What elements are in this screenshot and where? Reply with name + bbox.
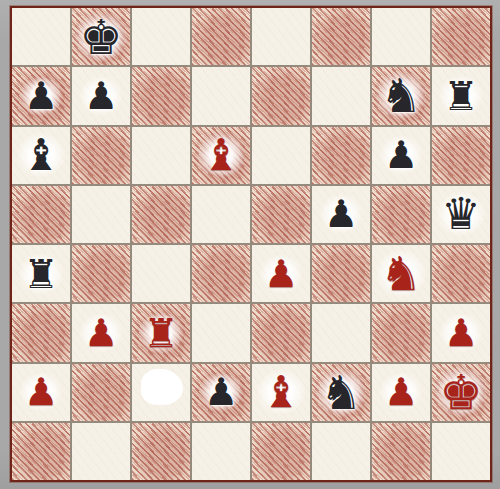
square-d8[interactable] <box>192 8 250 65</box>
square-c5[interactable] <box>132 186 190 243</box>
square-b3[interactable]: ♟ <box>72 304 130 361</box>
screenshot-root: { "game": "chess", "board_orientation": … <box>0 0 500 489</box>
square-c3[interactable]: ♜ <box>132 304 190 361</box>
piece-black-rook-h7[interactable]: ♜ <box>438 75 484 117</box>
piece-red-pawn-a2[interactable]: ♟ <box>19 372 63 412</box>
piece-red-pawn-b3[interactable]: ♟ <box>79 313 123 353</box>
piece-black-queen-h5[interactable]: ♛ <box>436 191 485 237</box>
square-h6[interactable] <box>432 127 490 184</box>
square-h5[interactable]: ♛ <box>432 186 490 243</box>
piece-red-pawn-g2[interactable]: ♟ <box>379 372 423 412</box>
piece-black-pawn-f5[interactable]: ♟ <box>319 194 363 234</box>
square-g1[interactable] <box>372 423 430 480</box>
square-c6[interactable] <box>132 127 190 184</box>
square-f4[interactable] <box>312 245 370 302</box>
square-e7[interactable] <box>252 67 310 124</box>
square-h2[interactable]: ♚ <box>432 364 490 421</box>
piece-red-pawn-h3[interactable]: ♟ <box>439 313 483 353</box>
piece-black-rook-a4[interactable]: ♜ <box>18 253 64 295</box>
square-a5[interactable] <box>12 186 70 243</box>
square-g5[interactable] <box>372 186 430 243</box>
piece-red-king-h2[interactable]: ♚ <box>434 367 487 417</box>
piece-black-knight-f2[interactable]: ♞ <box>315 368 367 417</box>
square-f7[interactable] <box>312 67 370 124</box>
square-a1[interactable] <box>12 423 70 480</box>
square-c4[interactable] <box>132 245 190 302</box>
square-c7[interactable] <box>132 67 190 124</box>
erased-white-spot <box>141 369 183 405</box>
square-b6[interactable] <box>72 127 130 184</box>
piece-black-pawn-a7[interactable]: ♟ <box>19 76 63 116</box>
square-a6[interactable]: ♝ <box>12 127 70 184</box>
piece-red-bishop-d6[interactable]: ♝ <box>196 132 245 178</box>
square-a7[interactable]: ♟ <box>12 67 70 124</box>
square-a8[interactable] <box>12 8 70 65</box>
square-f1[interactable] <box>312 423 370 480</box>
square-e2[interactable]: ♝ <box>252 364 310 421</box>
piece-red-rook-c3[interactable]: ♜ <box>138 312 184 354</box>
square-g7[interactable]: ♞ <box>372 67 430 124</box>
square-h1[interactable] <box>432 423 490 480</box>
square-d6[interactable]: ♝ <box>192 127 250 184</box>
square-a2[interactable]: ♟ <box>12 364 70 421</box>
piece-red-pawn-e4[interactable]: ♟ <box>259 254 303 294</box>
piece-red-bishop-e2[interactable]: ♝ <box>256 369 305 415</box>
square-b1[interactable] <box>72 423 130 480</box>
square-a3[interactable] <box>12 304 70 361</box>
square-e3[interactable] <box>252 304 310 361</box>
square-e5[interactable] <box>252 186 310 243</box>
piece-black-bishop-a6[interactable]: ♝ <box>16 132 65 178</box>
square-d4[interactable] <box>192 245 250 302</box>
square-e6[interactable] <box>252 127 310 184</box>
square-f6[interactable] <box>312 127 370 184</box>
square-g3[interactable] <box>372 304 430 361</box>
square-b8[interactable]: ♚ <box>72 8 130 65</box>
piece-black-pawn-b7[interactable]: ♟ <box>79 76 123 116</box>
piece-black-pawn-d2[interactable]: ♟ <box>199 372 243 412</box>
square-b4[interactable] <box>72 245 130 302</box>
square-d3[interactable] <box>192 304 250 361</box>
square-h3[interactable]: ♟ <box>432 304 490 361</box>
square-g2[interactable]: ♟ <box>372 364 430 421</box>
chess-board: ♚♟♟♞♜♝♝♟♟♛♜♟♞♟♜♟♟♟♝♞♟♚ <box>10 6 492 482</box>
square-d2[interactable]: ♟ <box>192 364 250 421</box>
square-d5[interactable] <box>192 186 250 243</box>
square-h8[interactable] <box>432 8 490 65</box>
square-e8[interactable] <box>252 8 310 65</box>
square-b2[interactable] <box>72 364 130 421</box>
square-f8[interactable] <box>312 8 370 65</box>
square-c8[interactable] <box>132 8 190 65</box>
square-h7[interactable]: ♜ <box>432 67 490 124</box>
square-d7[interactable] <box>192 67 250 124</box>
square-b5[interactable] <box>72 186 130 243</box>
square-f3[interactable] <box>312 304 370 361</box>
piece-black-knight-g7[interactable]: ♞ <box>375 71 427 120</box>
square-c2[interactable] <box>132 364 190 421</box>
square-e1[interactable] <box>252 423 310 480</box>
square-f5[interactable]: ♟ <box>312 186 370 243</box>
square-c1[interactable] <box>132 423 190 480</box>
square-g8[interactable] <box>372 8 430 65</box>
square-d1[interactable] <box>192 423 250 480</box>
piece-red-knight-g4[interactable]: ♞ <box>375 249 427 298</box>
square-h4[interactable] <box>432 245 490 302</box>
piece-black-pawn-g6[interactable]: ♟ <box>379 135 423 175</box>
piece-black-king-b8[interactable]: ♚ <box>74 12 127 62</box>
square-e4[interactable]: ♟ <box>252 245 310 302</box>
square-g6[interactable]: ♟ <box>372 127 430 184</box>
square-f2[interactable]: ♞ <box>312 364 370 421</box>
square-g4[interactable]: ♞ <box>372 245 430 302</box>
square-b7[interactable]: ♟ <box>72 67 130 124</box>
square-a4[interactable]: ♜ <box>12 245 70 302</box>
